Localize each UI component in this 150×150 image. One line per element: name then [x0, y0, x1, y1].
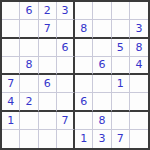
cell-r1c7[interactable]: [112, 2, 130, 20]
cell-r4c8[interactable]: 4: [130, 57, 148, 75]
cell-r1c5[interactable]: [75, 2, 93, 20]
cell-r2c1[interactable]: [2, 20, 20, 38]
cell-r8c5[interactable]: 1: [75, 130, 93, 148]
cell-r7c8[interactable]: [130, 112, 148, 130]
cell-r2c2[interactable]: [20, 20, 38, 38]
cell-r3c1[interactable]: [2, 39, 20, 57]
cell-r2c5[interactable]: 8: [75, 20, 93, 38]
cell-r8c6[interactable]: 3: [93, 130, 111, 148]
cell-r7c6[interactable]: 8: [93, 112, 111, 130]
cell-r4c5[interactable]: [75, 57, 93, 75]
cell-r4c2[interactable]: 8: [20, 57, 38, 75]
cell-r7c4[interactable]: 7: [57, 112, 75, 130]
cell-r3c7[interactable]: 5: [112, 39, 130, 57]
cell-r6c7[interactable]: [112, 93, 130, 111]
cell-r7c7[interactable]: [112, 112, 130, 130]
cell-r7c5[interactable]: [75, 112, 93, 130]
cell-r8c2[interactable]: [20, 130, 38, 148]
cell-r5c4[interactable]: [57, 75, 75, 93]
cell-r2c6[interactable]: [93, 20, 111, 38]
cell-r4c4[interactable]: [57, 57, 75, 75]
cell-r5c1[interactable]: 7: [2, 75, 20, 93]
cell-r6c4[interactable]: [57, 93, 75, 111]
cell-r1c1[interactable]: [2, 2, 20, 20]
cell-r6c5[interactable]: 6: [75, 93, 93, 111]
sudoku-board: 623783658864761426178137: [0, 0, 150, 150]
cell-r4c1[interactable]: [2, 57, 20, 75]
cell-r2c7[interactable]: [112, 20, 130, 38]
cell-r8c3[interactable]: [39, 130, 57, 148]
cell-r5c3[interactable]: 6: [39, 75, 57, 93]
cell-r1c8[interactable]: [130, 2, 148, 20]
cell-r3c6[interactable]: [93, 39, 111, 57]
cell-r4c6[interactable]: 6: [93, 57, 111, 75]
cell-r7c2[interactable]: [20, 112, 38, 130]
cell-r5c6[interactable]: [93, 75, 111, 93]
cell-r1c6[interactable]: [93, 2, 111, 20]
cell-r8c1[interactable]: [2, 130, 20, 148]
cell-r1c4[interactable]: 3: [57, 2, 75, 20]
cell-r8c4[interactable]: [57, 130, 75, 148]
cell-r1c2[interactable]: 6: [20, 2, 38, 20]
cell-r3c4[interactable]: 6: [57, 39, 75, 57]
cell-r3c3[interactable]: [39, 39, 57, 57]
cell-r6c6[interactable]: [93, 93, 111, 111]
cell-r6c1[interactable]: 4: [2, 93, 20, 111]
cell-r2c4[interactable]: [57, 20, 75, 38]
cell-r5c8[interactable]: [130, 75, 148, 93]
cell-r3c5[interactable]: [75, 39, 93, 57]
cell-r7c3[interactable]: [39, 112, 57, 130]
cell-r6c8[interactable]: [130, 93, 148, 111]
cell-r8c8[interactable]: [130, 130, 148, 148]
cell-r4c7[interactable]: [112, 57, 130, 75]
cell-r4c3[interactable]: [39, 57, 57, 75]
cell-r5c7[interactable]: 1: [112, 75, 130, 93]
cell-r2c8[interactable]: 3: [130, 20, 148, 38]
cell-r1c3[interactable]: 2: [39, 2, 57, 20]
cell-r7c1[interactable]: 1: [2, 112, 20, 130]
cell-r5c2[interactable]: [20, 75, 38, 93]
cell-r3c8[interactable]: 8: [130, 39, 148, 57]
cell-r2c3[interactable]: 7: [39, 20, 57, 38]
cell-r6c3[interactable]: [39, 93, 57, 111]
cell-r8c7[interactable]: 7: [112, 130, 130, 148]
cell-r3c2[interactable]: [20, 39, 38, 57]
cell-r6c2[interactable]: 2: [20, 93, 38, 111]
cell-r5c5[interactable]: [75, 75, 93, 93]
